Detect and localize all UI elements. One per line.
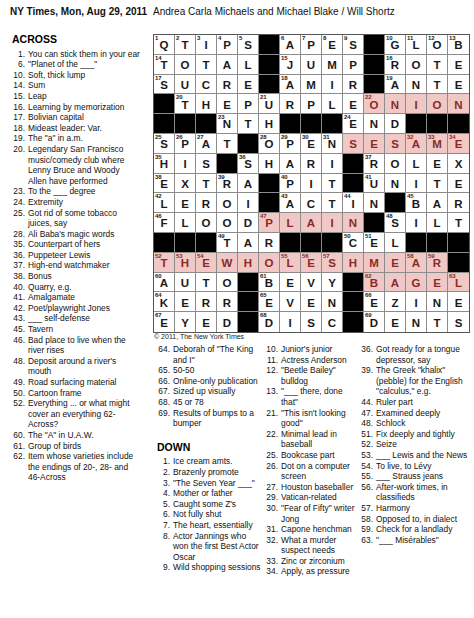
grid-cell-r8c15[interactable]: E [448, 174, 469, 194]
grid-cell-r1c5[interactable]: 5S [238, 35, 259, 55]
grid-cell-r5c11[interactable]: N [364, 114, 385, 134]
grid-cell-r12c6[interactable]: O [259, 253, 280, 273]
grid-cell-r15c2[interactable]: Y [175, 312, 196, 332]
clue-text: Opposed to, in dialect [376, 514, 473, 525]
cell-number: 39 [218, 174, 225, 181]
grid-cell-r10c2[interactable]: L [175, 213, 196, 233]
grid-cell-r12c3[interactable]: 54E [196, 253, 217, 273]
grid-cell-r6c13[interactable]: 32A [406, 134, 427, 154]
cell-letter: M [327, 60, 337, 74]
clue-down-58: 58.Opposed to, in dialect [356, 514, 473, 525]
grid-cell-r7c9[interactable]: I [322, 154, 343, 174]
grid-cell-r7c7[interactable]: A [280, 154, 301, 174]
cell-letter: E [370, 139, 378, 153]
grid-cell-r15c10 [343, 312, 364, 332]
grid-cell-r9c9[interactable]: T [322, 193, 343, 213]
grid-cell-r10c4[interactable]: O [217, 213, 238, 233]
grid-cell-r8c1[interactable]: 38E [154, 174, 175, 194]
grid-cell-r15c4[interactable]: D [217, 312, 238, 332]
grid-cell-r15c14[interactable]: T [427, 312, 448, 332]
grid-cell-r5c14 [427, 114, 448, 134]
grid-cell-r6c15[interactable]: 34E [448, 134, 469, 154]
grid-cell-r10c1[interactable]: 46F [154, 213, 175, 233]
grid-cell-r15c3[interactable]: E [196, 312, 217, 332]
grid-cell-r3c9[interactable]: I [322, 75, 343, 95]
grid-cell-r9c11[interactable]: N [364, 193, 385, 213]
clue-number: 50. [8, 388, 28, 399]
cell-letter: H [160, 159, 168, 173]
grid-cell-r10c8[interactable]: A [301, 213, 322, 233]
grid-cell-r9c4[interactable]: O [217, 193, 238, 213]
clue-down-56: 56.After-work times, in classifieds [356, 482, 473, 503]
cell-letter: A [412, 139, 420, 153]
grid-cell-r8c7[interactable]: 40P [280, 174, 301, 194]
grid-cell-r1c4[interactable]: 4P [217, 35, 238, 55]
grid-cell-r6c10[interactable]: S [343, 134, 364, 154]
grid-cell-r14c11[interactable]: 66E [364, 292, 385, 312]
cell-number: 69 [365, 312, 372, 319]
clue-text: "The Seven Year ___" [173, 478, 263, 489]
grid-cell-r11c11[interactable]: 51E [364, 233, 385, 253]
clue-text: Seize [376, 439, 473, 450]
cell-letter: I [414, 298, 417, 312]
grid-cell-r10c7[interactable]: L [280, 213, 301, 233]
grid-cell-r8c5[interactable]: A [238, 174, 259, 194]
clue-down-39: 39.The Greek "khalix" (pebble) for the E… [356, 365, 473, 397]
grid-cell-r4c4[interactable]: E [217, 94, 238, 114]
grid-cell-r3c5[interactable]: E [238, 75, 259, 95]
grid-cell-r9c7[interactable]: 43A [280, 193, 301, 213]
grid-cell-r12c9[interactable]: 57S [322, 253, 343, 273]
grid-cell-r4c5[interactable]: P [238, 94, 259, 114]
grid-cell-r2c5[interactable]: L [238, 55, 259, 75]
cell-letter: Q [160, 40, 169, 54]
clue-across-20: 20.Legendary San Francisco music/comedy … [8, 144, 140, 186]
cell-letter: E [391, 258, 399, 272]
grid-cell-r10c3[interactable]: O [196, 213, 217, 233]
clue-text: Deborah of "The King and I" [173, 344, 263, 365]
grid-cell-r1c8[interactable]: 7P [301, 35, 322, 55]
grid-cell-r11c3 [196, 233, 217, 253]
grid-cell-r10c10[interactable]: N [343, 213, 364, 233]
cell-letter: I [414, 218, 417, 232]
grid-cell-r1c10[interactable]: 9S [343, 35, 364, 55]
grid-cell-r8c12[interactable]: N [385, 174, 406, 194]
cell-letter: P [349, 60, 357, 74]
cell-letter: U [265, 100, 273, 114]
clue-text: Learning by memorization [28, 102, 140, 113]
cell-letter: S [244, 159, 252, 173]
grid-cell-r4c15[interactable]: N [448, 94, 469, 114]
grid-cell-r11c5[interactable]: A [238, 233, 259, 253]
grid-cell-r14c6[interactable]: 65E [259, 292, 280, 312]
grid-cell-r14c4[interactable]: R [217, 292, 238, 312]
clue-number: 16. [8, 102, 28, 113]
cell-letter: N [223, 119, 231, 133]
grid-cell-r9c2[interactable]: E [175, 193, 196, 213]
grid-cell-r15c15[interactable]: S [448, 312, 469, 332]
grid-cell-r7c5[interactable]: 36S [238, 154, 259, 174]
clue-down-33: 33.Zinc or zirconium [261, 556, 361, 567]
grid-cell-r15c9[interactable]: C [322, 312, 343, 332]
grid-cell-r6c2[interactable]: 26P [175, 134, 196, 154]
grid-cell-r1c14[interactable]: 12O [427, 35, 448, 55]
grid-cell-r7c3[interactable]: S [196, 154, 217, 174]
grid-cell-r2c13[interactable]: O [406, 55, 427, 75]
grid-cell-r2c10[interactable]: P [343, 55, 364, 75]
cell-letter: S [455, 318, 463, 332]
grid-cell-r6c14[interactable]: 33M [427, 134, 448, 154]
grid-cell-r3c8[interactable]: M [301, 75, 322, 95]
cell-letter: C [349, 238, 357, 252]
grid-cell-r12c12[interactable]: E [385, 253, 406, 273]
grid-cell-r4c7[interactable]: R [280, 94, 301, 114]
cell-letter: E [349, 100, 357, 114]
grid-cell-r5c5[interactable]: T [238, 114, 259, 134]
clue-across-18: 18.Mideast leader: Var. [8, 123, 140, 134]
grid-cell-r4c14[interactable]: O [427, 94, 448, 114]
clue-number: 52. [356, 439, 376, 450]
cell-number: 1 [155, 35, 158, 42]
grid-cell-r14c14[interactable]: N [427, 292, 448, 312]
grid-cell-r12c1[interactable]: 52T [154, 253, 175, 273]
grid-cell-r10c12[interactable]: 48S [385, 213, 406, 233]
grid-cell-r8c9[interactable]: T [322, 174, 343, 194]
clue-number: 44. [356, 397, 376, 408]
grid-cell-r12c11[interactable]: M [364, 253, 385, 273]
grid-cell-r7c8[interactable]: R [301, 154, 322, 174]
clue-text: Amalgamate [28, 292, 140, 303]
cell-letter: E [349, 119, 357, 133]
grid-cell-r6c1[interactable]: 25S [154, 134, 175, 154]
clue-number: 61. [8, 441, 28, 452]
grid-cell-r15c11[interactable]: 69D [364, 312, 385, 332]
grid-cell-r2c2[interactable]: O [175, 55, 196, 75]
cell-number: 53 [176, 253, 183, 260]
grid-cell-r8c2[interactable]: X [175, 174, 196, 194]
grid-cell-r13c3[interactable]: T [196, 273, 217, 293]
cell-letter: H [265, 159, 273, 173]
grid-cell-r12c13[interactable]: 58A [406, 253, 427, 273]
grid-cell-r13c12[interactable]: A [385, 273, 406, 293]
clue-across-10: 10.Soft, thick lump [8, 70, 140, 81]
cell-letter: A [391, 278, 399, 292]
grid-cell-r14c13[interactable]: I [406, 292, 427, 312]
grid-cell-r1c15[interactable]: 13B [448, 35, 469, 55]
grid-cell-r15c7[interactable]: I [280, 312, 301, 332]
grid-cell-r4c9[interactable]: L [322, 94, 343, 114]
cell-letter: O [412, 60, 421, 74]
clue-down-25: 25.Bookcase part [261, 450, 361, 461]
cell-letter: U [307, 60, 315, 74]
cell-letter: E [455, 298, 463, 312]
clue-text: Got ready for a tongue depressor, say [376, 344, 473, 365]
grid-cell-r14c2[interactable]: E [175, 292, 196, 312]
grid-cell-r6c3[interactable]: 27A [196, 134, 217, 154]
clue-number: 6. [8, 59, 28, 70]
cell-letter: O [181, 60, 190, 74]
grid-cell-r14c15[interactable]: E [448, 292, 469, 312]
clue-number: 66. [153, 376, 173, 387]
cell-letter: T [160, 60, 167, 74]
clue-across-52: 52.Everything ... or what might cover an… [8, 398, 140, 430]
grid-cell-r13c8[interactable]: V [301, 273, 322, 293]
grid-cell-r2c4[interactable]: A [217, 55, 238, 75]
cell-letter: A [307, 218, 315, 232]
grid-cell-r2c15[interactable]: E [448, 55, 469, 75]
clue-number: 31. [261, 524, 281, 535]
grid-cell-r8c8[interactable]: I [301, 174, 322, 194]
grid-cell-r7c11[interactable]: 37R [364, 154, 385, 174]
grid-cell-r15c6[interactable]: 68D [259, 312, 280, 332]
grid-cell-r15c1[interactable]: 67E [154, 312, 175, 332]
clue-across-45: 45.Tavern [8, 324, 140, 335]
cell-letter: I [288, 318, 291, 332]
grid-cell-r3c10[interactable]: R [343, 75, 364, 95]
cell-letter: T [181, 100, 188, 114]
cell-letter: R [454, 199, 462, 213]
clue-number: 13. [261, 386, 281, 407]
grid-cell-r11c4[interactable]: 49T [217, 233, 238, 253]
grid-cell-r4c3[interactable]: H [196, 94, 217, 114]
grid-cell-r3c14[interactable]: T [427, 75, 448, 95]
grid-cell-r10c15[interactable]: T [448, 213, 469, 233]
clue-across-64: 64.Deborah of "The King and I" [153, 344, 263, 365]
crossword-grid: 1Q2T3I4P5S6A7P8E9S10G11L12O13B14TOTAL15J… [153, 34, 470, 333]
grid-cell-r8c4[interactable]: 39R [217, 174, 238, 194]
clue-down-5: 5.Caught some Z's [153, 499, 263, 510]
grid-cell-r5c12[interactable]: D [385, 114, 406, 134]
grid-cell-r11c6[interactable]: R [259, 233, 280, 253]
cell-letter: R [265, 238, 273, 252]
grid-cell-r2c8[interactable]: U [301, 55, 322, 75]
clue-down-32: 32.What a murder suspect needs [261, 535, 361, 556]
grid-cell-r13c14[interactable]: E [427, 273, 448, 293]
down-clue-list-1: 1.Ice cream amts.2.Brazenly promote3."Th… [153, 456, 263, 573]
grid-cell-r1c1[interactable]: 1Q [154, 35, 175, 55]
clue-number: 9. [153, 562, 173, 573]
clue-down-27: 27.Houston baseballer [261, 482, 361, 493]
grid-cell-r9c8[interactable]: C [301, 193, 322, 213]
grid-cell-r12c10[interactable]: H [343, 253, 364, 273]
grid-cell-r15c12[interactable]: E [385, 312, 406, 332]
grid-cell-r1c12[interactable]: 10G [385, 35, 406, 55]
grid-cell-r4c11[interactable]: 22O [364, 94, 385, 114]
grid-cell-r13c1[interactable]: 60A [154, 273, 175, 293]
clue-down-47: 47.Examined deeply [356, 408, 473, 419]
cell-number: 11 [407, 35, 413, 42]
grid-cell-r12c7[interactable]: 55L [280, 253, 301, 273]
grid-cell-r5c6[interactable]: H [259, 114, 280, 134]
clue-number: 26. [261, 461, 281, 482]
clue-number: 38. [8, 271, 28, 282]
cell-letter: O [391, 159, 400, 173]
grid-cell-r9c1[interactable]: 42L [154, 193, 175, 213]
cell-number: 45 [407, 193, 414, 200]
grid-cell-r3c2[interactable]: U [175, 75, 196, 95]
grid-cell-r6c4[interactable]: T [217, 134, 238, 154]
clue-text: Zinc or zirconium [281, 556, 361, 567]
clue-number: 8. [153, 531, 173, 563]
clue-down-11: 11.Actress Anderson [261, 355, 361, 366]
grid-cell-r3c1[interactable]: 17S [154, 75, 175, 95]
grid-cell-r11c12[interactable]: L [385, 233, 406, 253]
cell-letter: K [160, 298, 168, 312]
grid-cell-r1c9[interactable]: 8E [322, 35, 343, 55]
grid-cell-r2c1[interactable]: 14T [154, 55, 175, 75]
grid-cell-r10c5[interactable]: D [238, 213, 259, 233]
grid-cell-r7c15[interactable]: X [448, 154, 469, 174]
clue-number: 23. [8, 186, 28, 197]
grid-cell-r11c1 [154, 233, 175, 253]
grid-cell-r4c8[interactable]: P [301, 94, 322, 114]
grid-cell-r7c2[interactable]: I [175, 154, 196, 174]
cell-number: 66 [365, 292, 372, 299]
cell-number: 51 [365, 233, 372, 240]
grid-cell-r5c4[interactable]: 23N [217, 114, 238, 134]
grid-cell-r3c3[interactable]: C [196, 75, 217, 95]
grid-cell-r14c3[interactable]: R [196, 292, 217, 312]
grid-cell-r6c11[interactable]: E [364, 134, 385, 154]
grid-cell-r4c10[interactable]: E [343, 94, 364, 114]
clue-number: 20. [8, 144, 28, 186]
clue-number: 10. [261, 344, 281, 355]
grid-cell-r15c13[interactable]: N [406, 312, 427, 332]
grid-cell-r1c13[interactable]: 11L [406, 35, 427, 55]
grid-cell-r12c2[interactable]: 53H [175, 253, 196, 273]
cell-number: 12 [428, 35, 435, 42]
grid-cell-r6c9[interactable]: 31N [322, 134, 343, 154]
grid-cell-r3c15[interactable]: E [448, 75, 469, 95]
grid-cell-r7c14[interactable]: E [427, 154, 448, 174]
grid-cell-r13c7[interactable]: E [280, 273, 301, 293]
cell-letter: E [328, 40, 336, 54]
grid-cell-r7c12[interactable]: O [385, 154, 406, 174]
grid-cell-r13c9[interactable]: Y [322, 273, 343, 293]
grid-cell-r1c2[interactable]: 2T [175, 35, 196, 55]
grid-cell-r2c3[interactable]: T [196, 55, 217, 75]
grid-cell-r3c13[interactable]: N [406, 75, 427, 95]
cell-number: 48 [386, 213, 393, 220]
cell-number: 4 [218, 35, 221, 42]
grid-cell-r12c5[interactable]: H [238, 253, 259, 273]
grid-cell-r9c15[interactable]: R [448, 193, 469, 213]
grid-cell-r15c8[interactable]: S [301, 312, 322, 332]
clue-number: 21. [261, 408, 281, 429]
grid-cell-r12c4[interactable]: W [217, 253, 238, 273]
cell-letter: S [328, 258, 336, 272]
clue-text: Deposit around a river's mouth [28, 356, 140, 377]
grid-cell-r10c9[interactable]: I [322, 213, 343, 233]
grid-cell-r3c7[interactable]: 18A [280, 75, 301, 95]
grid-cell-r14c1[interactable]: 64K [154, 292, 175, 312]
grid-cell-r5c10[interactable]: 24E [343, 114, 364, 134]
grid-cell-r13c15[interactable]: 63L [448, 273, 469, 293]
grid-cell-r11c10[interactable]: 50C [343, 233, 364, 253]
clue-down-6: 6.Not fully shut [153, 509, 263, 520]
grid-cell-r10c6[interactable]: 47P [259, 213, 280, 233]
clue-text: Leap [28, 91, 140, 102]
grid-cell-r2c7[interactable]: 15J [280, 55, 301, 75]
clue-number: 11. [261, 355, 281, 366]
grid-cell-r13c13[interactable]: G [406, 273, 427, 293]
grid-cell-r9c13[interactable]: 45B [406, 193, 427, 213]
grid-cell-r14c7[interactable]: V [280, 292, 301, 312]
grid-cell-r8c14[interactable]: T [427, 174, 448, 194]
grid-cell-r13c2[interactable]: U [175, 273, 196, 293]
grid-cell-r9c14[interactable]: A [427, 193, 448, 213]
grid-cell-r13c11[interactable]: 62B [364, 273, 385, 293]
clue-number: 49. [8, 377, 28, 388]
clue-number: 45. [8, 324, 28, 335]
cell-letter: A [286, 159, 294, 173]
grid-cell-r6c8[interactable]: 30E [301, 134, 322, 154]
grid-cell-r4c6[interactable]: 21U [259, 94, 280, 114]
across-clue-list-continued: 64.Deborah of "The King and I"65.50-5066… [153, 344, 263, 429]
grid-cell-r4c12[interactable]: N [385, 94, 406, 114]
clue-number: 28. [8, 229, 28, 240]
grid-cell-r3c4[interactable]: R [217, 75, 238, 95]
grid-cell-r9c5[interactable]: I [238, 193, 259, 213]
grid-cell-r2c9[interactable]: M [322, 55, 343, 75]
grid-cell-r1c7[interactable]: 6A [280, 35, 301, 55]
grid-cell-r10c14[interactable]: L [427, 213, 448, 233]
grid-cell-r8c3[interactable]: T [196, 174, 217, 194]
grid-cell-r9c3[interactable]: R [196, 193, 217, 213]
grid-cell-r9c10[interactable]: 44I [343, 193, 364, 213]
clue-down-1: 1.Ice cream amts. [153, 456, 263, 467]
grid-cell-r8c11[interactable]: 41U [364, 174, 385, 194]
clue-text: Minimal lead in baseball [281, 429, 361, 450]
grid-cell-r2c14[interactable]: T [427, 55, 448, 75]
clue-across-6: 6."Planet of the ___" [8, 59, 140, 70]
cell-number: 57 [323, 253, 330, 260]
cell-number: 6 [281, 35, 284, 42]
grid-cell-r7c6[interactable]: H [259, 154, 280, 174]
grid-cell-r12c8[interactable]: 56E [301, 253, 322, 273]
grid-cell-r10c13[interactable]: I [406, 213, 427, 233]
grid-cell-r2c12[interactable]: 16R [385, 55, 406, 75]
cell-letter: A [160, 278, 168, 292]
grid-cell-r14c12[interactable]: Z [385, 292, 406, 312]
grid-cell-r12c14[interactable]: 59R [427, 253, 448, 273]
grid-cell-r7c1[interactable]: 35H [154, 154, 175, 174]
grid-cell-r14c9[interactable]: N [322, 292, 343, 312]
grid-cell-r6c6[interactable]: 28O [259, 134, 280, 154]
grid-cell-r7c13[interactable]: L [406, 154, 427, 174]
grid-cell-r7c10 [343, 154, 364, 174]
grid-cell-r13c4[interactable]: O [217, 273, 238, 293]
cell-letter: I [330, 218, 333, 232]
cell-letter: T [328, 199, 335, 213]
cell-letter: T [202, 278, 209, 292]
grid-cell-r4c13[interactable]: I [406, 94, 427, 114]
grid-cell-r8c13[interactable]: I [406, 174, 427, 194]
grid-cell-r4c2[interactable]: 20T [175, 94, 196, 114]
clue-number: 10. [8, 70, 28, 81]
grid-cell-r6c7[interactable]: 29P [280, 134, 301, 154]
clue-number: 5. [153, 499, 173, 510]
clue-text: What a murder suspect needs [281, 535, 361, 556]
cell-number: 34 [449, 134, 456, 141]
grid-cell-r3c12[interactable]: 19A [385, 75, 406, 95]
cell-letter: T [433, 318, 440, 332]
grid-cell-r1c3[interactable]: 3I [196, 35, 217, 55]
grid-cell-r14c8[interactable]: E [301, 292, 322, 312]
grid-cell-r6c12[interactable]: S [385, 134, 406, 154]
grid-cell-r13c6[interactable]: 61B [259, 273, 280, 293]
cell-letter: E [370, 238, 378, 252]
